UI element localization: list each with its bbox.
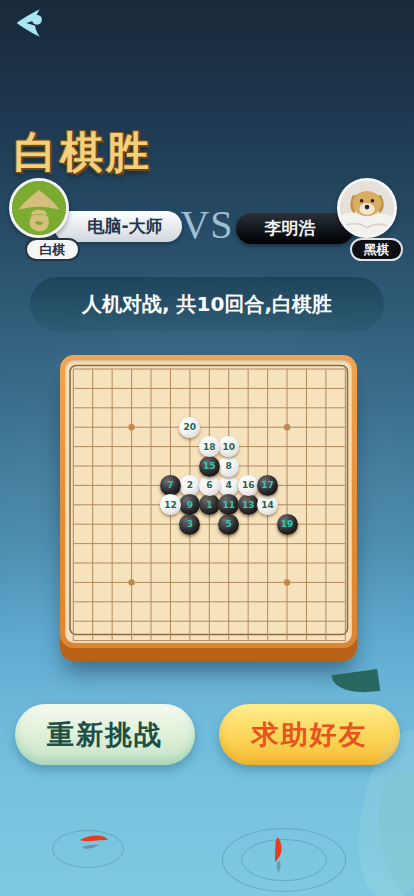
stone-white-4: 4 <box>218 475 239 496</box>
stone-black-7: 7 <box>160 475 181 496</box>
stone-black-1: 1 <box>199 494 220 515</box>
lotus-leaf-decoration <box>332 669 381 697</box>
star-point <box>128 424 134 430</box>
koi-fish-icon-left <box>76 832 110 854</box>
stone-black-5: 5 <box>218 514 239 535</box>
stone-black-15: 15 <box>199 456 220 477</box>
star-point <box>284 424 290 430</box>
farmer-hat-icon <box>12 181 66 235</box>
star-point <box>284 579 290 585</box>
left-player-name: 电脑-大师 <box>54 211 182 242</box>
stone-white-20: 20 <box>179 417 200 438</box>
left-side-badge: 白棋 <box>25 238 80 261</box>
puppy-icon <box>340 181 394 235</box>
star-point <box>128 579 134 585</box>
stone-white-16: 16 <box>238 475 259 496</box>
stone-black-17: 17 <box>257 475 278 496</box>
stone-black-3: 3 <box>179 514 200 535</box>
retry-button[interactable]: 重新挑战 <box>15 704 195 765</box>
stone-black-19: 19 <box>277 514 298 535</box>
koi-fish-icon-right <box>266 835 288 875</box>
stone-white-8: 8 <box>218 456 239 477</box>
stone-white-18: 18 <box>199 436 220 457</box>
right-side-badge: 黑棋 <box>350 238 403 261</box>
match-summary: 人机对战, 共10回合,白棋胜 <box>30 277 384 331</box>
back-arrow-icon <box>12 6 46 40</box>
ask-friends-button[interactable]: 求助好友 <box>219 704 400 765</box>
right-player-avatar <box>337 178 397 238</box>
stone-black-13: 13 <box>238 494 259 515</box>
stone-white-6: 6 <box>199 475 220 496</box>
result-title: 白棋胜 <box>14 124 152 182</box>
back-button[interactable] <box>12 6 46 44</box>
left-player-avatar <box>9 178 69 238</box>
right-player-name: 李明浩 <box>236 213 354 244</box>
gomoku-board: 1234567891011121314151617181920 <box>60 355 357 648</box>
game-result-screen: 白棋胜 VS 电脑-大师 白棋 李明浩 黑棋 人机对战, 共10回合,白棋胜 <box>0 0 414 896</box>
